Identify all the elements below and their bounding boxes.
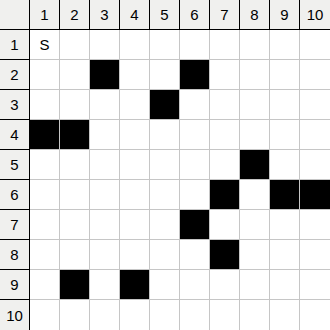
cell-r10-c4[interactable] (120, 300, 150, 330)
cell-r1-c8[interactable] (240, 30, 270, 60)
blocked-cell-r6-c9[interactable] (270, 180, 300, 210)
row-header-2: 2 (0, 60, 30, 90)
corner-cell (0, 0, 30, 30)
col-header-8: 8 (240, 0, 270, 30)
row-header-4: 4 (0, 120, 30, 150)
blocked-cell-r5-c8[interactable] (240, 150, 270, 180)
row-header-3: 3 (0, 90, 30, 120)
cell-r2-c5[interactable] (150, 60, 180, 90)
cell-r1-c9[interactable] (270, 30, 300, 60)
cell-r3-c8[interactable] (240, 90, 270, 120)
cell-r2-c7[interactable] (210, 60, 240, 90)
cell-r6-c3[interactable] (90, 180, 120, 210)
cell-r7-c4[interactable] (120, 210, 150, 240)
cell-r7-c1[interactable] (30, 210, 60, 240)
row-header-9: 9 (0, 270, 30, 300)
cell-r10-c3[interactable] (90, 300, 120, 330)
row-header-8: 8 (0, 240, 30, 270)
col-header-9: 9 (270, 0, 300, 30)
cell-r8-c2[interactable] (60, 240, 90, 270)
cell-r10-c1[interactable] (30, 300, 60, 330)
blocked-cell-r6-c10[interactable] (300, 180, 330, 210)
col-header-2: 2 (60, 0, 90, 30)
cell-r2-c4[interactable] (120, 60, 150, 90)
cell-r2-c1[interactable] (30, 60, 60, 90)
cell-r7-c7[interactable] (210, 210, 240, 240)
cell-r10-c8[interactable] (240, 300, 270, 330)
row-header-6: 6 (0, 180, 30, 210)
col-header-10: 10 (300, 0, 330, 30)
cell-r10-c10[interactable] (300, 300, 330, 330)
blocked-cell-r8-c7[interactable] (210, 240, 240, 270)
cell-r5-c1[interactable] (30, 150, 60, 180)
cell-r4-c3[interactable] (90, 120, 120, 150)
cell-r6-c1[interactable] (30, 180, 60, 210)
cell-r1-c6[interactable] (180, 30, 210, 60)
cell-r4-c4[interactable] (120, 120, 150, 150)
cell-r3-c3[interactable] (90, 90, 120, 120)
cell-r5-c6[interactable] (180, 150, 210, 180)
cell-r7-c2[interactable] (60, 210, 90, 240)
blocked-cell-r9-c2[interactable] (60, 270, 90, 300)
cell-r3-c2[interactable] (60, 90, 90, 120)
cell-r1-c7[interactable] (210, 30, 240, 60)
cell-r3-c1[interactable] (30, 90, 60, 120)
cell-r10-c7[interactable] (210, 300, 240, 330)
row-header-7: 7 (0, 210, 30, 240)
col-header-4: 4 (120, 0, 150, 30)
puzzle-board: 123456789101S2345678910 (0, 0, 330, 330)
cell-r3-c7[interactable] (210, 90, 240, 120)
cell-r1-c10[interactable] (300, 30, 330, 60)
cell-r1-c3[interactable] (90, 30, 120, 60)
cell-r6-c8[interactable] (240, 180, 270, 210)
cell-r7-c3[interactable] (90, 210, 120, 240)
cell-r8-c1[interactable] (30, 240, 60, 270)
cell-r9-c3[interactable] (90, 270, 120, 300)
start-cell-r1-c1[interactable]: S (30, 30, 60, 60)
cell-r10-c5[interactable] (150, 300, 180, 330)
cell-r5-c7[interactable] (210, 150, 240, 180)
cell-r5-c2[interactable] (60, 150, 90, 180)
cell-r2-c2[interactable] (60, 60, 90, 90)
cell-r2-c10[interactable] (300, 60, 330, 90)
col-header-6: 6 (180, 0, 210, 30)
cell-r7-c9[interactable] (270, 210, 300, 240)
cell-r9-c9[interactable] (270, 270, 300, 300)
blocked-cell-r3-c5[interactable] (150, 90, 180, 120)
cell-r6-c5[interactable] (150, 180, 180, 210)
cell-r8-c4[interactable] (120, 240, 150, 270)
cell-r10-c9[interactable] (270, 300, 300, 330)
cell-r9-c7[interactable] (210, 270, 240, 300)
cell-r1-c2[interactable] (60, 30, 90, 60)
cell-r8-c5[interactable] (150, 240, 180, 270)
cell-r3-c4[interactable] (120, 90, 150, 120)
cell-r3-c6[interactable] (180, 90, 210, 120)
col-header-5: 5 (150, 0, 180, 30)
cell-r5-c3[interactable] (90, 150, 120, 180)
cell-r8-c10[interactable] (300, 240, 330, 270)
blocked-cell-r4-c1[interactable] (30, 120, 60, 150)
cell-r4-c6[interactable] (180, 120, 210, 150)
cell-r1-c5[interactable] (150, 30, 180, 60)
cell-r9-c1[interactable] (30, 270, 60, 300)
cell-r4-c8[interactable] (240, 120, 270, 150)
cell-r3-c9[interactable] (270, 90, 300, 120)
cell-r8-c6[interactable] (180, 240, 210, 270)
cell-r6-c6[interactable] (180, 180, 210, 210)
cell-r10-c6[interactable] (180, 300, 210, 330)
cell-r9-c5[interactable] (150, 270, 180, 300)
blocked-cell-r7-c6[interactable] (180, 210, 210, 240)
cell-r7-c5[interactable] (150, 210, 180, 240)
cell-r5-c9[interactable] (270, 150, 300, 180)
row-header-5: 5 (0, 150, 30, 180)
blocked-cell-r2-c3[interactable] (90, 60, 120, 90)
cell-r7-c10[interactable] (300, 210, 330, 240)
blocked-cell-r4-c2[interactable] (60, 120, 90, 150)
cell-r1-c4[interactable] (120, 30, 150, 60)
cell-r4-c9[interactable] (270, 120, 300, 150)
cell-r4-c10[interactable] (300, 120, 330, 150)
cell-r8-c3[interactable] (90, 240, 120, 270)
blocked-cell-r2-c6[interactable] (180, 60, 210, 90)
row-header-10: 10 (0, 300, 30, 330)
col-header-7: 7 (210, 0, 240, 30)
cell-r5-c10[interactable] (300, 150, 330, 180)
cell-r9-c8[interactable] (240, 270, 270, 300)
cell-r6-c4[interactable] (120, 180, 150, 210)
cell-r9-c10[interactable] (300, 270, 330, 300)
blocked-cell-r6-c7[interactable] (210, 180, 240, 210)
col-header-3: 3 (90, 0, 120, 30)
cell-r2-c9[interactable] (270, 60, 300, 90)
cell-r10-c2[interactable] (60, 300, 90, 330)
cell-r3-c10[interactable] (300, 90, 330, 120)
cell-r4-c5[interactable] (150, 120, 180, 150)
cell-r8-c9[interactable] (270, 240, 300, 270)
row-header-1: 1 (0, 30, 30, 60)
cell-r9-c6[interactable] (180, 270, 210, 300)
cell-r4-c7[interactable] (210, 120, 240, 150)
cell-r5-c4[interactable] (120, 150, 150, 180)
cell-r2-c8[interactable] (240, 60, 270, 90)
col-header-1: 1 (30, 0, 60, 30)
blocked-cell-r9-c4[interactable] (120, 270, 150, 300)
cell-r8-c8[interactable] (240, 240, 270, 270)
cell-r6-c2[interactable] (60, 180, 90, 210)
cell-r5-c5[interactable] (150, 150, 180, 180)
cell-r7-c8[interactable] (240, 210, 270, 240)
